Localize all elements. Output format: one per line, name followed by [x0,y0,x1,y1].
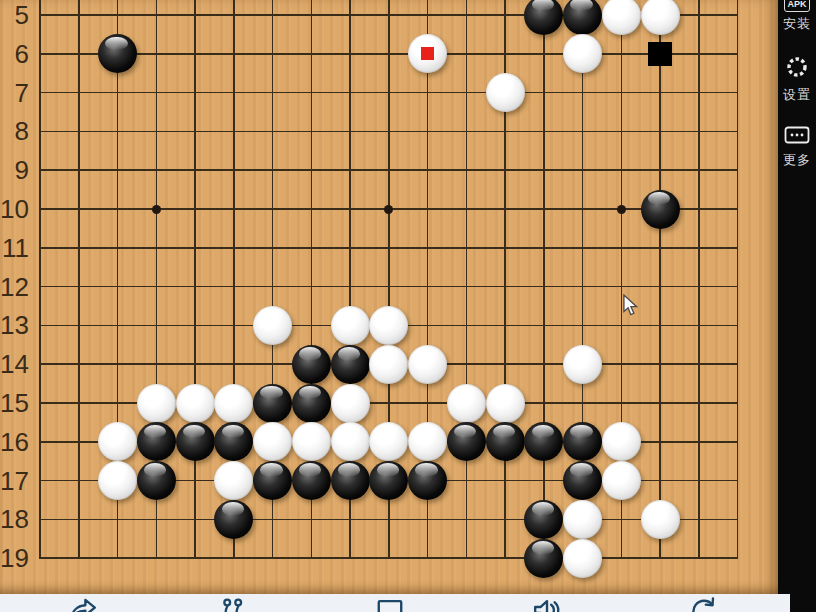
row-label: 6 [0,38,29,70]
black-stone [292,461,331,500]
star-point [617,205,626,214]
star-point [384,205,393,214]
stone-gloss [222,425,244,439]
stone-gloss [105,37,127,51]
grid-line [39,247,738,249]
white-stone [214,461,253,500]
grid-line [78,0,80,559]
stone-gloss [493,386,515,400]
black-stone [524,422,563,461]
stone-gloss [532,541,554,555]
bottom-toolbar [0,594,790,612]
board-rect-icon[interactable] [374,597,406,612]
row-label: 14 [0,348,29,380]
stone-gloss [338,308,360,322]
stone-gloss [609,463,631,477]
black-square-marker [648,42,672,66]
black-stone [98,34,137,73]
stone-gloss [144,463,166,477]
stone-gloss [648,502,670,516]
white-stone [253,306,292,345]
stone-gloss [415,463,437,477]
white-stone [602,422,641,461]
black-stone [524,539,563,578]
grid-line [466,0,468,559]
white-stone [98,461,137,500]
black-stone [369,461,408,500]
grid-line [39,169,738,171]
grid-line [39,0,41,559]
black-stone [331,461,370,500]
grid-line [737,0,739,559]
speaker-icon[interactable] [531,597,563,612]
black-stone [214,422,253,461]
stone-gloss [299,463,321,477]
black-stone [331,345,370,384]
white-stone [447,384,486,423]
stone-gloss [648,0,670,11]
white-stone [98,422,137,461]
stone-gloss [609,0,631,11]
row-label: 12 [0,271,29,303]
black-stone [137,422,176,461]
sidebar-settings-label: 设置 [783,86,811,104]
white-stone [563,539,602,578]
sidebar: APK 安装 设置 更多 [778,0,816,612]
white-stone [369,345,408,384]
sidebar-item-install[interactable]: APK 安装 [783,0,811,33]
white-stone [602,0,641,35]
white-stone [408,345,447,384]
black-stone [563,422,602,461]
white-stone [641,500,680,539]
stone-gloss [260,386,282,400]
stone-gloss [260,425,282,439]
gear-icon [785,55,809,83]
black-stone [447,422,486,461]
mouse-cursor [622,294,639,321]
stone-gloss [299,386,321,400]
white-stone [563,500,602,539]
grid-line [39,519,738,521]
white-stone [176,384,215,423]
black-stone [408,461,447,500]
black-stone [214,500,253,539]
grid-line [698,0,700,559]
black-stone [176,422,215,461]
white-stone [563,34,602,73]
grid-line [194,0,196,559]
stone-gloss [532,425,554,439]
stone-gloss [144,425,166,439]
grid-line [39,557,738,559]
stone-gloss [105,463,127,477]
row-label: 18 [0,503,29,535]
stone-gloss [260,308,282,322]
grid-line [39,92,738,94]
sidebar-item-settings[interactable]: 设置 [783,55,811,104]
stone-gloss [338,463,360,477]
black-stone [292,384,331,423]
white-stone [486,384,525,423]
white-stone [486,73,525,112]
black-stone [641,190,680,229]
stone-gloss [415,347,437,361]
grid-line [39,286,738,288]
black-stone [137,461,176,500]
white-stone [214,384,253,423]
stone-gloss [570,347,592,361]
black-stone [563,461,602,500]
stone-gloss [377,347,399,361]
grid-line [659,0,661,559]
black-stone [292,345,331,384]
stone-gloss [260,463,282,477]
white-stone [331,384,370,423]
stone-gloss [648,192,670,206]
stone-gloss [609,425,631,439]
stone-gloss [144,386,166,400]
black-stone [563,0,602,35]
stone-gloss [570,0,592,11]
grid-line [543,0,545,559]
stone-gloss [570,502,592,516]
black-stone [253,384,292,423]
row-label: 7 [0,77,29,109]
pieces-icon[interactable] [218,597,248,612]
stone-gloss [338,425,360,439]
black-stone [524,500,563,539]
white-stone [563,345,602,384]
white-stone [331,306,370,345]
white-stone [137,384,176,423]
white-stone [253,422,292,461]
white-stone [331,422,370,461]
stone-gloss [570,37,592,51]
stone-gloss [338,386,360,400]
stone-gloss [183,386,205,400]
row-label: 10 [0,193,29,225]
stone-gloss [570,425,592,439]
row-label: 5 [0,0,29,31]
row-label: 9 [0,154,29,186]
row-label: 19 [0,542,29,574]
app-screen: 5678910111213141516171819 APK 安装 设置 [0,0,816,612]
black-stone [524,0,563,35]
stone-gloss [222,386,244,400]
apk-badge-icon: APK [784,0,809,12]
stone-gloss [222,463,244,477]
row-label: 16 [0,426,29,458]
sidebar-install-label: 安装 [783,15,811,33]
stone-gloss [454,425,476,439]
stone-gloss [570,541,592,555]
row-label: 8 [0,115,29,147]
stone-gloss [299,347,321,361]
grid-line [39,131,738,133]
stone-gloss [105,425,127,439]
row-label: 13 [0,309,29,341]
stone-gloss [415,425,437,439]
stone-gloss [338,347,360,361]
sidebar-item-more[interactable]: 更多 [783,126,811,169]
rotate-arrow-icon[interactable] [686,597,718,612]
stone-gloss [454,386,476,400]
sidebar-more-label: 更多 [783,151,811,169]
stone-gloss [222,502,244,516]
black-stone [486,422,525,461]
stone-gloss [570,463,592,477]
stone-gloss [183,425,205,439]
stone-gloss [493,75,515,89]
stone-gloss [377,463,399,477]
stone-gloss [532,502,554,516]
white-stone [369,306,408,345]
black-stone [253,461,292,500]
white-stone [641,0,680,35]
white-stone [408,422,447,461]
row-label: 17 [0,465,29,497]
row-label: 15 [0,387,29,419]
stone-gloss [377,308,399,322]
stone-gloss [493,425,515,439]
share-forward-icon[interactable] [67,597,99,612]
stone-gloss [532,0,554,11]
white-stone [602,461,641,500]
go-board[interactable]: 5678910111213141516171819 [0,0,778,594]
stone-gloss [299,425,321,439]
more-ellipsis-icon [784,126,810,148]
row-label: 11 [0,232,29,264]
white-stone [369,422,408,461]
stone-gloss [377,425,399,439]
star-point [152,205,161,214]
white-stone [292,422,331,461]
last-move-red-square-marker [421,47,434,60]
grid-line [39,53,738,55]
